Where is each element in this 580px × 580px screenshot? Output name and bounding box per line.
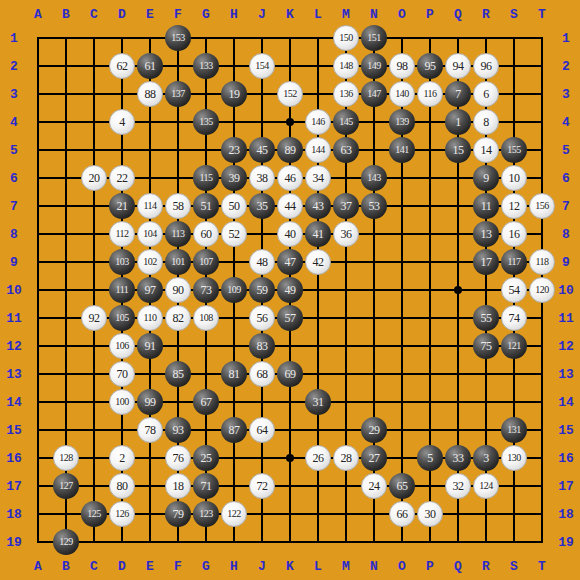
stone-white-S11: 74 bbox=[501, 305, 527, 331]
stone-black-R6: 9 bbox=[473, 165, 499, 191]
row-label-right-17: 17 bbox=[558, 480, 574, 493]
stone-black-N15: 29 bbox=[361, 417, 387, 443]
row-label-left-2: 2 bbox=[10, 60, 18, 73]
stone-black-J7: 35 bbox=[249, 193, 275, 219]
stone-black-S15: 131 bbox=[501, 417, 527, 443]
grid-hline-19 bbox=[37, 541, 543, 543]
row-label-right-8: 8 bbox=[562, 228, 570, 241]
col-label-bottom-L: L bbox=[314, 560, 322, 573]
stone-white-L6: 34 bbox=[305, 165, 331, 191]
stone-white-J9: 48 bbox=[249, 249, 275, 275]
stone-black-E14: 99 bbox=[137, 389, 163, 415]
stone-white-R17: 124 bbox=[473, 473, 499, 499]
stone-black-E2: 61 bbox=[137, 53, 163, 79]
row-label-right-11: 11 bbox=[558, 312, 574, 325]
row-label-left-8: 8 bbox=[10, 228, 18, 241]
stone-black-H13: 81 bbox=[221, 361, 247, 387]
stone-black-B17: 127 bbox=[53, 473, 79, 499]
stone-black-R12: 75 bbox=[473, 333, 499, 359]
col-label-bottom-A: A bbox=[34, 560, 42, 573]
stone-black-O4: 139 bbox=[389, 109, 415, 135]
row-label-left-11: 11 bbox=[6, 312, 22, 325]
stone-black-G9: 107 bbox=[193, 249, 219, 275]
col-label-bottom-G: G bbox=[202, 560, 210, 573]
stone-white-L16: 26 bbox=[305, 445, 331, 471]
stone-black-K10: 49 bbox=[277, 277, 303, 303]
stone-white-P3: 116 bbox=[417, 81, 443, 107]
stone-white-F16: 76 bbox=[165, 445, 191, 471]
stone-white-G11: 108 bbox=[193, 305, 219, 331]
stone-white-S7: 12 bbox=[501, 193, 527, 219]
stone-black-R16: 3 bbox=[473, 445, 499, 471]
stone-black-P2: 95 bbox=[417, 53, 443, 79]
stone-black-Q4: 1 bbox=[445, 109, 471, 135]
stone-white-D12: 106 bbox=[109, 333, 135, 359]
col-label-top-T: T bbox=[538, 8, 546, 21]
stone-black-N2: 149 bbox=[361, 53, 387, 79]
row-label-left-17: 17 bbox=[6, 480, 22, 493]
stone-black-K13: 69 bbox=[277, 361, 303, 387]
stone-white-C11: 92 bbox=[81, 305, 107, 331]
row-label-left-7: 7 bbox=[10, 200, 18, 213]
stone-white-C6: 20 bbox=[81, 165, 107, 191]
stone-white-D18: 126 bbox=[109, 501, 135, 527]
row-label-left-1: 1 bbox=[10, 32, 18, 45]
col-label-top-O: O bbox=[398, 8, 406, 21]
col-label-bottom-F: F bbox=[174, 560, 182, 573]
stone-black-F8: 113 bbox=[165, 221, 191, 247]
stone-white-R3: 6 bbox=[473, 81, 499, 107]
star-point-K4 bbox=[286, 118, 294, 126]
row-label-right-15: 15 bbox=[558, 424, 574, 437]
row-label-left-15: 15 bbox=[6, 424, 22, 437]
stone-white-K3: 152 bbox=[277, 81, 303, 107]
stone-white-H8: 52 bbox=[221, 221, 247, 247]
stone-black-F13: 85 bbox=[165, 361, 191, 387]
stone-white-H18: 122 bbox=[221, 501, 247, 527]
stone-black-D10: 111 bbox=[109, 277, 135, 303]
stone-white-J6: 38 bbox=[249, 165, 275, 191]
col-label-bottom-S: S bbox=[510, 560, 518, 573]
stone-white-T7: 156 bbox=[529, 193, 555, 219]
stone-white-L4: 146 bbox=[305, 109, 331, 135]
stone-white-J13: 68 bbox=[249, 361, 275, 387]
row-label-left-12: 12 bbox=[6, 340, 22, 353]
stone-black-K9: 47 bbox=[277, 249, 303, 275]
stone-white-M8: 36 bbox=[333, 221, 359, 247]
stone-white-Q17: 32 bbox=[445, 473, 471, 499]
col-label-top-Q: Q bbox=[454, 8, 462, 21]
stone-white-P18: 30 bbox=[417, 501, 443, 527]
stone-white-F7: 58 bbox=[165, 193, 191, 219]
stone-black-G18: 123 bbox=[193, 501, 219, 527]
col-label-top-E: E bbox=[146, 8, 154, 21]
stone-black-H5: 23 bbox=[221, 137, 247, 163]
stone-white-D14: 100 bbox=[109, 389, 135, 415]
stone-white-R5: 14 bbox=[473, 137, 499, 163]
col-label-bottom-K: K bbox=[286, 560, 294, 573]
stone-black-F1: 153 bbox=[165, 25, 191, 51]
col-label-bottom-C: C bbox=[90, 560, 98, 573]
row-label-right-6: 6 bbox=[562, 172, 570, 185]
col-label-top-D: D bbox=[118, 8, 126, 21]
star-point-Q10 bbox=[454, 286, 462, 294]
stone-white-S16: 130 bbox=[501, 445, 527, 471]
stone-white-D8: 112 bbox=[109, 221, 135, 247]
stone-white-E15: 78 bbox=[137, 417, 163, 443]
stone-black-L7: 43 bbox=[305, 193, 331, 219]
col-label-top-A: A bbox=[34, 8, 42, 21]
col-label-top-G: G bbox=[202, 8, 210, 21]
stone-black-M5: 63 bbox=[333, 137, 359, 163]
col-label-top-R: R bbox=[482, 8, 490, 21]
col-label-bottom-Q: Q bbox=[454, 560, 462, 573]
stone-black-K5: 89 bbox=[277, 137, 303, 163]
stone-black-N3: 147 bbox=[361, 81, 387, 107]
stone-white-S8: 16 bbox=[501, 221, 527, 247]
stone-white-O2: 98 bbox=[389, 53, 415, 79]
stone-white-E3: 88 bbox=[137, 81, 163, 107]
col-label-top-M: M bbox=[342, 8, 350, 21]
row-label-right-3: 3 bbox=[562, 88, 570, 101]
stone-black-R8: 13 bbox=[473, 221, 499, 247]
stone-white-K7: 44 bbox=[277, 193, 303, 219]
row-label-right-1: 1 bbox=[562, 32, 570, 45]
col-label-bottom-B: B bbox=[62, 560, 70, 573]
stone-black-P16: 5 bbox=[417, 445, 443, 471]
row-label-left-3: 3 bbox=[10, 88, 18, 101]
row-label-right-13: 13 bbox=[558, 368, 574, 381]
stone-black-O17: 65 bbox=[389, 473, 415, 499]
stone-white-G8: 60 bbox=[193, 221, 219, 247]
stone-white-K6: 46 bbox=[277, 165, 303, 191]
stone-white-D6: 22 bbox=[109, 165, 135, 191]
stone-white-M3: 136 bbox=[333, 81, 359, 107]
stone-black-G6: 115 bbox=[193, 165, 219, 191]
col-label-top-L: L bbox=[314, 8, 322, 21]
col-label-top-C: C bbox=[90, 8, 98, 21]
col-label-top-P: P bbox=[426, 8, 434, 21]
stone-white-Q2: 94 bbox=[445, 53, 471, 79]
col-label-top-J: J bbox=[258, 8, 266, 21]
stone-white-E11: 110 bbox=[137, 305, 163, 331]
col-label-top-F: F bbox=[174, 8, 182, 21]
stone-white-K8: 40 bbox=[277, 221, 303, 247]
stone-black-Q3: 7 bbox=[445, 81, 471, 107]
row-label-left-13: 13 bbox=[6, 368, 22, 381]
grid-hline-15 bbox=[37, 429, 543, 431]
row-label-right-5: 5 bbox=[562, 144, 570, 157]
col-label-bottom-M: M bbox=[342, 560, 350, 573]
row-label-left-6: 6 bbox=[10, 172, 18, 185]
col-label-top-K: K bbox=[286, 8, 294, 21]
col-label-top-B: B bbox=[62, 8, 70, 21]
row-label-right-4: 4 bbox=[562, 116, 570, 129]
stone-black-M7: 37 bbox=[333, 193, 359, 219]
col-label-bottom-E: E bbox=[146, 560, 154, 573]
stone-white-B16: 128 bbox=[53, 445, 79, 471]
stone-white-F17: 18 bbox=[165, 473, 191, 499]
row-label-right-10: 10 bbox=[558, 284, 574, 297]
col-label-bottom-J: J bbox=[258, 560, 266, 573]
stone-black-D9: 103 bbox=[109, 249, 135, 275]
row-label-left-4: 4 bbox=[10, 116, 18, 129]
row-label-left-16: 16 bbox=[6, 452, 22, 465]
stone-black-N6: 143 bbox=[361, 165, 387, 191]
stone-black-F9: 101 bbox=[165, 249, 191, 275]
stone-black-E10: 97 bbox=[137, 277, 163, 303]
stone-black-L8: 41 bbox=[305, 221, 331, 247]
stone-white-O18: 66 bbox=[389, 501, 415, 527]
stone-white-J2: 154 bbox=[249, 53, 275, 79]
stone-white-J11: 56 bbox=[249, 305, 275, 331]
row-label-right-18: 18 bbox=[558, 508, 574, 521]
col-label-top-S: S bbox=[510, 8, 518, 21]
row-label-right-2: 2 bbox=[562, 60, 570, 73]
stone-black-E12: 91 bbox=[137, 333, 163, 359]
row-label-right-12: 12 bbox=[558, 340, 574, 353]
stone-black-S12: 121 bbox=[501, 333, 527, 359]
stone-black-N16: 27 bbox=[361, 445, 387, 471]
col-label-bottom-O: O bbox=[398, 560, 406, 573]
row-label-left-10: 10 bbox=[6, 284, 22, 297]
stone-black-R9: 17 bbox=[473, 249, 499, 275]
stone-white-R2: 96 bbox=[473, 53, 499, 79]
col-label-bottom-H: H bbox=[230, 560, 238, 573]
stone-black-M4: 145 bbox=[333, 109, 359, 135]
stone-black-G7: 51 bbox=[193, 193, 219, 219]
stone-black-H3: 19 bbox=[221, 81, 247, 107]
stone-black-Q16: 33 bbox=[445, 445, 471, 471]
col-label-bottom-N: N bbox=[370, 560, 378, 573]
go-board[interactable]: ABCDEFGHJKLMNOPQRST ABCDEFGHJKLMNOPQRST … bbox=[0, 0, 580, 580]
stone-black-F15: 93 bbox=[165, 417, 191, 443]
stone-white-L5: 144 bbox=[305, 137, 331, 163]
stone-white-J15: 64 bbox=[249, 417, 275, 443]
stone-white-E7: 114 bbox=[137, 193, 163, 219]
stone-black-K11: 57 bbox=[277, 305, 303, 331]
row-label-left-18: 18 bbox=[6, 508, 22, 521]
row-label-right-14: 14 bbox=[558, 396, 574, 409]
stone-black-S9: 117 bbox=[501, 249, 527, 275]
stone-black-Q5: 15 bbox=[445, 137, 471, 163]
stone-white-O3: 140 bbox=[389, 81, 415, 107]
star-point-K16 bbox=[286, 454, 294, 462]
stone-white-M1: 150 bbox=[333, 25, 359, 51]
stone-white-D4: 4 bbox=[109, 109, 135, 135]
stone-black-J5: 45 bbox=[249, 137, 275, 163]
stone-white-H7: 50 bbox=[221, 193, 247, 219]
stone-black-N1: 151 bbox=[361, 25, 387, 51]
row-label-right-16: 16 bbox=[558, 452, 574, 465]
stone-white-D13: 70 bbox=[109, 361, 135, 387]
stone-white-M16: 28 bbox=[333, 445, 359, 471]
stone-white-J17: 72 bbox=[249, 473, 275, 499]
stone-white-T9: 118 bbox=[529, 249, 555, 275]
col-label-bottom-R: R bbox=[482, 560, 490, 573]
stone-black-B19: 129 bbox=[53, 529, 79, 555]
stone-black-G14: 67 bbox=[193, 389, 219, 415]
stone-white-D16: 2 bbox=[109, 445, 135, 471]
stone-black-R11: 55 bbox=[473, 305, 499, 331]
stone-white-S10: 54 bbox=[501, 277, 527, 303]
col-label-bottom-P: P bbox=[426, 560, 434, 573]
stone-white-L9: 42 bbox=[305, 249, 331, 275]
col-label-top-H: H bbox=[230, 8, 238, 21]
stone-black-N7: 53 bbox=[361, 193, 387, 219]
stone-white-R4: 8 bbox=[473, 109, 499, 135]
stone-black-H10: 109 bbox=[221, 277, 247, 303]
stone-white-E9: 102 bbox=[137, 249, 163, 275]
stone-black-H15: 87 bbox=[221, 417, 247, 443]
stone-white-N17: 24 bbox=[361, 473, 387, 499]
stone-black-G2: 133 bbox=[193, 53, 219, 79]
col-label-top-N: N bbox=[370, 8, 378, 21]
stone-black-G16: 25 bbox=[193, 445, 219, 471]
stone-white-M2: 148 bbox=[333, 53, 359, 79]
row-label-left-14: 14 bbox=[6, 396, 22, 409]
stone-black-H6: 39 bbox=[221, 165, 247, 191]
row-label-right-19: 19 bbox=[558, 536, 574, 549]
stone-black-J12: 83 bbox=[249, 333, 275, 359]
stone-black-S5: 155 bbox=[501, 137, 527, 163]
stone-black-D11: 105 bbox=[109, 305, 135, 331]
stone-black-F18: 79 bbox=[165, 501, 191, 527]
row-label-left-9: 9 bbox=[10, 256, 18, 269]
col-label-bottom-T: T bbox=[538, 560, 546, 573]
stone-white-S6: 10 bbox=[501, 165, 527, 191]
stone-black-L14: 31 bbox=[305, 389, 331, 415]
stone-white-T10: 120 bbox=[529, 277, 555, 303]
stone-black-D7: 21 bbox=[109, 193, 135, 219]
col-label-bottom-D: D bbox=[118, 560, 126, 573]
stone-white-D17: 80 bbox=[109, 473, 135, 499]
stone-white-E8: 104 bbox=[137, 221, 163, 247]
stone-white-F10: 90 bbox=[165, 277, 191, 303]
stone-black-G10: 73 bbox=[193, 277, 219, 303]
row-label-right-9: 9 bbox=[562, 256, 570, 269]
row-label-right-7: 7 bbox=[562, 200, 570, 213]
stone-black-O5: 141 bbox=[389, 137, 415, 163]
stone-black-G4: 135 bbox=[193, 109, 219, 135]
stone-black-G17: 71 bbox=[193, 473, 219, 499]
stone-white-D2: 62 bbox=[109, 53, 135, 79]
row-label-left-5: 5 bbox=[10, 144, 18, 157]
stone-black-R7: 11 bbox=[473, 193, 499, 219]
row-label-left-19: 19 bbox=[6, 536, 22, 549]
stone-white-F11: 82 bbox=[165, 305, 191, 331]
stone-black-C18: 125 bbox=[81, 501, 107, 527]
stone-black-F3: 137 bbox=[165, 81, 191, 107]
stone-black-J10: 59 bbox=[249, 277, 275, 303]
